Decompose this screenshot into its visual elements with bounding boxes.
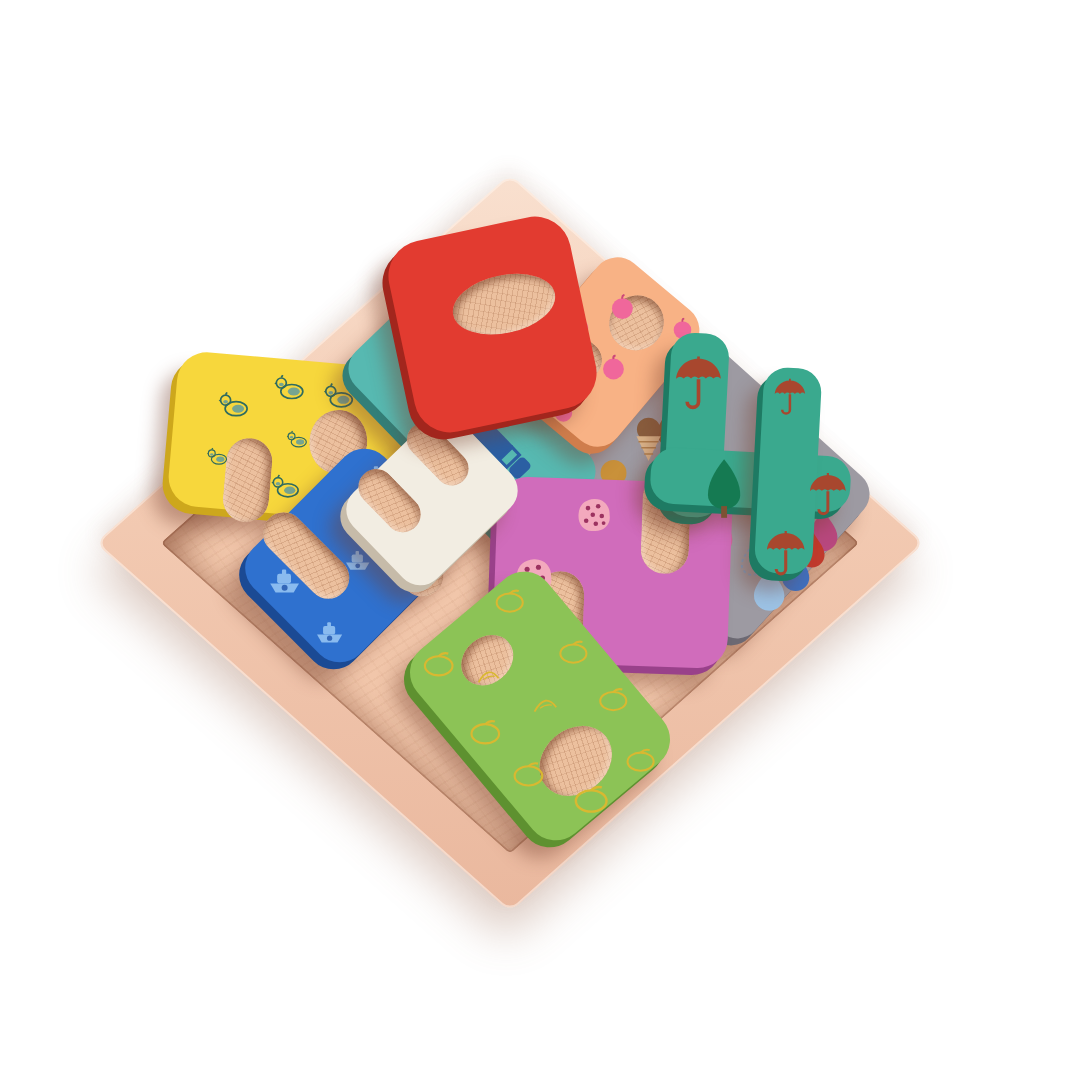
product-photo-canvas bbox=[0, 0, 1080, 1080]
piece-4-body bbox=[754, 367, 823, 576]
piece-0[interactable] bbox=[381, 209, 603, 438]
piece-4-body bbox=[649, 447, 852, 513]
cutout bbox=[221, 436, 274, 524]
piece-4[interactable] bbox=[646, 327, 858, 577]
